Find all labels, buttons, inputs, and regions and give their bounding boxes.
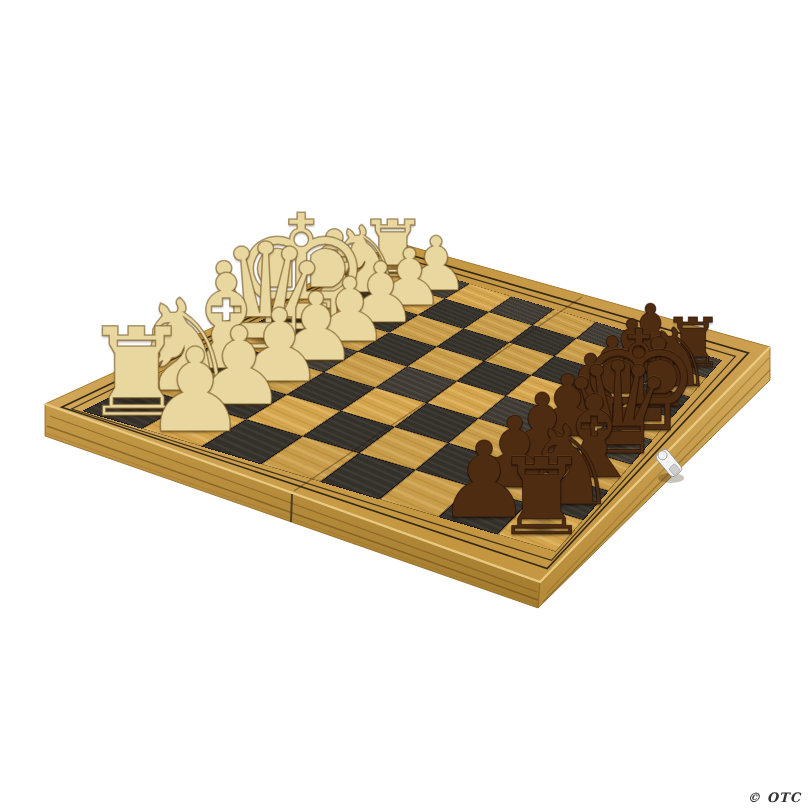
product-photo: ♜♞♝♛♚♝♞♜♟♟♟♟♟♟♟♟♟♟♟♟♟♟♟♟♜♞♝♛♚♝♞♜ © OTC — [0, 0, 808, 808]
board-overlay-graphic — [0, 0, 808, 808]
fold-seam-top — [294, 297, 582, 491]
watermark-text: © OTC — [747, 790, 801, 805]
fold-seam-side — [291, 494, 292, 522]
clasp-icon — [654, 447, 684, 483]
